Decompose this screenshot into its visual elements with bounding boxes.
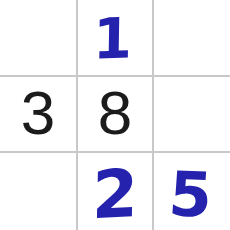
cell-digit: 1: [92, 10, 132, 67]
cell-r1c0[interactable]: 3: [0, 77, 76, 151]
cell-r0c2[interactable]: [154, 0, 230, 75]
cell-r0c1[interactable]: 1: [78, 0, 152, 75]
cell-r1c1[interactable]: 8: [78, 77, 152, 151]
sudoku-board: 1 3 8 2 5: [0, 0, 230, 230]
cell-digit: 8: [98, 82, 132, 144]
cell-r1c2[interactable]: [154, 77, 230, 151]
cell-r2c2[interactable]: 5: [154, 153, 230, 230]
cell-r0c0[interactable]: [0, 0, 76, 75]
sudoku-screen: 1 3 8 2 5: [0, 0, 230, 230]
cell-digit: 2: [91, 160, 138, 229]
cell-digit: 5: [167, 163, 214, 226]
cell-r2c0[interactable]: [0, 153, 76, 230]
cell-digit: 3: [21, 82, 55, 144]
cell-r2c1[interactable]: 2: [78, 153, 152, 230]
